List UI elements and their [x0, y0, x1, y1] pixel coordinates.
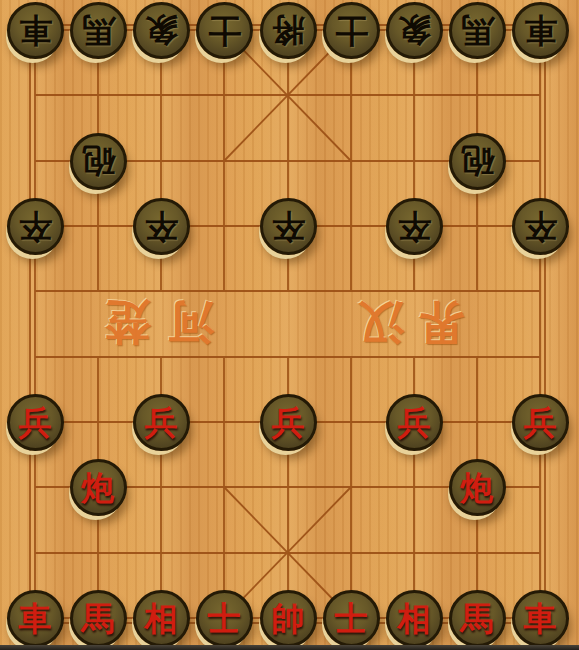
piece-red-soldier-3[interactable]: 兵	[260, 394, 317, 451]
river-text-jie: 界	[412, 294, 470, 352]
piece-red-soldier-4[interactable]: 兵	[386, 394, 443, 451]
piece-glyph: 馬	[82, 14, 115, 47]
piece-glyph: 炮	[461, 471, 494, 504]
piece-glyph: 馬	[461, 14, 494, 47]
piece-glyph: 將	[272, 14, 305, 47]
piece-black-chariot-right[interactable]: 車	[512, 2, 569, 59]
xiangqi-board[interactable]: 楚 河 汉 界 車馬象士將士象馬車砲砲卒卒卒卒卒兵兵兵兵兵炮炮車馬相士帥士相馬車	[0, 0, 579, 650]
piece-red-soldier-2[interactable]: 兵	[133, 394, 190, 451]
river-text-chu: 楚	[99, 294, 157, 352]
piece-glyph: 砲	[82, 145, 115, 178]
table-edge	[0, 645, 579, 650]
piece-black-elephant-left[interactable]: 象	[133, 2, 190, 59]
piece-glyph: 兵	[524, 406, 557, 439]
piece-red-soldier-5[interactable]: 兵	[512, 394, 569, 451]
piece-glyph: 馬	[461, 602, 494, 635]
piece-glyph: 卒	[145, 210, 178, 243]
piece-black-advisor-right[interactable]: 士	[323, 2, 380, 59]
river-text-he: 河	[162, 294, 220, 352]
piece-glyph: 車	[19, 602, 52, 635]
piece-glyph: 車	[524, 602, 557, 635]
piece-glyph: 兵	[398, 406, 431, 439]
piece-glyph: 兵	[19, 406, 52, 439]
piece-black-soldier-5[interactable]: 卒	[512, 198, 569, 255]
piece-glyph: 卒	[272, 210, 305, 243]
piece-black-advisor-left[interactable]: 士	[196, 2, 253, 59]
piece-glyph: 卒	[19, 210, 52, 243]
piece-black-general[interactable]: 將	[260, 2, 317, 59]
piece-glyph: 象	[145, 14, 178, 47]
piece-glyph: 帥	[272, 602, 305, 635]
piece-glyph: 相	[398, 602, 431, 635]
piece-glyph: 士	[208, 602, 241, 635]
piece-red-general[interactable]: 帥	[260, 590, 317, 647]
piece-glyph: 士	[208, 14, 241, 47]
piece-red-soldier-1[interactable]: 兵	[7, 394, 64, 451]
piece-glyph: 兵	[145, 406, 178, 439]
piece-black-horse-right[interactable]: 馬	[449, 2, 506, 59]
piece-red-cannon-right[interactable]: 炮	[449, 459, 506, 516]
piece-black-soldier-3[interactable]: 卒	[260, 198, 317, 255]
piece-red-elephant-left[interactable]: 相	[133, 590, 190, 647]
piece-red-elephant-right[interactable]: 相	[386, 590, 443, 647]
piece-glyph: 車	[524, 14, 557, 47]
piece-glyph: 兵	[272, 406, 305, 439]
piece-red-advisor-left[interactable]: 士	[196, 590, 253, 647]
piece-glyph: 士	[335, 602, 368, 635]
piece-glyph: 砲	[461, 145, 494, 178]
piece-glyph: 卒	[524, 210, 557, 243]
piece-red-cannon-left[interactable]: 炮	[70, 459, 127, 516]
piece-glyph: 炮	[82, 471, 115, 504]
board-grid	[0, 0, 579, 650]
piece-red-advisor-right[interactable]: 士	[323, 590, 380, 647]
river-text-han: 汉	[352, 294, 410, 352]
piece-black-cannon-right[interactable]: 砲	[449, 133, 506, 190]
piece-glyph: 相	[145, 602, 178, 635]
piece-red-horse-right[interactable]: 馬	[449, 590, 506, 647]
piece-glyph: 象	[398, 14, 431, 47]
piece-glyph: 馬	[82, 602, 115, 635]
piece-glyph: 車	[19, 14, 52, 47]
piece-glyph: 士	[335, 14, 368, 47]
piece-black-soldier-1[interactable]: 卒	[7, 198, 64, 255]
piece-black-horse-left[interactable]: 馬	[70, 2, 127, 59]
piece-black-cannon-left[interactable]: 砲	[70, 133, 127, 190]
piece-glyph: 卒	[398, 210, 431, 243]
piece-red-chariot-left[interactable]: 車	[7, 590, 64, 647]
piece-red-chariot-right[interactable]: 車	[512, 590, 569, 647]
piece-red-horse-left[interactable]: 馬	[70, 590, 127, 647]
piece-black-chariot-left[interactable]: 車	[7, 2, 64, 59]
piece-black-elephant-right[interactable]: 象	[386, 2, 443, 59]
piece-black-soldier-2[interactable]: 卒	[133, 198, 190, 255]
piece-black-soldier-4[interactable]: 卒	[386, 198, 443, 255]
